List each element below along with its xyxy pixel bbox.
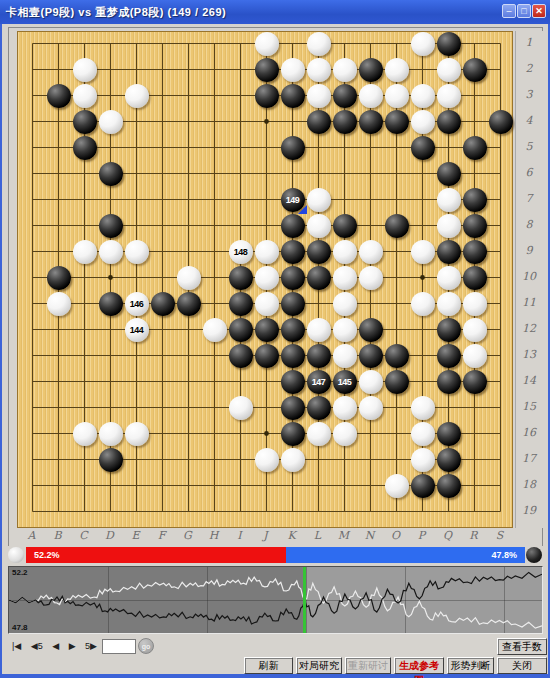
column-label-S: S xyxy=(492,529,508,542)
white-stone-P9 xyxy=(411,240,435,264)
row-labels: 12345678910111213141516171819 xyxy=(515,31,544,528)
white-stone-O2 xyxy=(385,58,409,82)
column-label-Q: Q xyxy=(440,529,456,542)
white-stone-C16 xyxy=(73,422,97,446)
row-label-2: 2 xyxy=(516,62,542,76)
column-label-H: H xyxy=(206,529,222,542)
white-stone-P15 xyxy=(411,396,435,420)
black-stone-I11 xyxy=(229,292,253,316)
black-stone-P5 xyxy=(411,136,435,160)
row-label-11: 11 xyxy=(516,296,542,310)
nav-forward-button[interactable]: ▶ xyxy=(69,641,76,651)
black-stone-N2 xyxy=(359,58,383,82)
white-stone-J11 xyxy=(255,292,279,316)
close-window-button[interactable]: ✕ xyxy=(532,4,546,18)
white-winrate-segment: 52.2% xyxy=(26,547,286,563)
black-stone-Q17 xyxy=(437,448,461,472)
row-label-6: 6 xyxy=(516,166,542,180)
black-stone-B3 xyxy=(47,84,71,108)
black-stone-K7: 149 xyxy=(281,188,305,212)
white-stone-L1 xyxy=(307,32,331,56)
black-stone-I13 xyxy=(229,344,253,368)
white-stone-E12: 144 xyxy=(125,318,149,342)
white-stone-L3 xyxy=(307,84,331,108)
black-stone-B10 xyxy=(47,266,71,290)
black-stone-K11 xyxy=(281,292,305,316)
white-stone-R12 xyxy=(463,318,487,342)
black-stone-L9 xyxy=(307,240,331,264)
white-stone-L7 xyxy=(307,188,331,212)
window-frame-bottom xyxy=(0,674,550,678)
black-stone-N13 xyxy=(359,344,383,368)
white-stone-P17 xyxy=(411,448,435,472)
white-stone-P1 xyxy=(411,32,435,56)
app-window: 卡相壹(P9段) vs 重梦成(P8段) (149 / 269) – □ ✕ 1… xyxy=(0,0,550,678)
row-label-14: 14 xyxy=(516,374,542,388)
last-move-marker xyxy=(298,205,307,214)
game-study-button[interactable]: 对局研究 xyxy=(296,657,342,674)
view-moves-button[interactable]: 查看手数 xyxy=(497,638,547,655)
black-winrate-segment: 47.8% xyxy=(286,547,525,563)
column-label-N: N xyxy=(362,529,378,542)
white-stone-E11: 146 xyxy=(125,292,149,316)
white-stone-N10 xyxy=(359,266,383,290)
title-bar: 卡相壹(P9段) vs 重梦成(P8段) (149 / 269) – □ ✕ xyxy=(0,0,550,24)
white-stone-Q3 xyxy=(437,84,461,108)
restudy-button[interactable]: 重新研讨 xyxy=(345,657,391,674)
black-stone-F11 xyxy=(151,292,175,316)
window-title: 卡相壹(P9段) vs 重梦成(P8段) (149 / 269) xyxy=(0,5,226,20)
control-bar: |◀ ◀5 ◀ ▶ 5▶ ▶| go 查看手数 刷新 对局研究 重新研讨 生成参… xyxy=(2,636,548,674)
black-stone-Q13 xyxy=(437,344,461,368)
white-stone-E9 xyxy=(125,240,149,264)
row-label-12: 12 xyxy=(516,322,542,336)
situation-judgment-button[interactable]: 形势判断 xyxy=(447,657,494,674)
board-panel: 149148146144147145 ABCDEFGHIJKLMNOPQRS 1… xyxy=(8,27,543,547)
row-label-1: 1 xyxy=(516,36,542,50)
white-stone-O18 xyxy=(385,474,409,498)
black-stone-K15 xyxy=(281,396,305,420)
black-stone-D11 xyxy=(99,292,123,316)
white-stone-J1 xyxy=(255,32,279,56)
black-stone-L13 xyxy=(307,344,331,368)
white-stone-N14 xyxy=(359,370,383,394)
white-winrate-label: 52.2% xyxy=(34,550,60,560)
column-label-J: J xyxy=(258,529,274,542)
current-move-cursor[interactable] xyxy=(303,567,306,633)
black-stone-R14 xyxy=(463,370,487,394)
column-label-G: G xyxy=(180,529,196,542)
row-label-13: 13 xyxy=(516,348,542,362)
black-stone-D17 xyxy=(99,448,123,472)
white-stone-I15 xyxy=(229,396,253,420)
maximize-button[interactable]: □ xyxy=(517,4,531,18)
column-label-I: I xyxy=(232,529,248,542)
nav-back5-button[interactable]: ◀5 xyxy=(31,641,43,651)
black-stone-M14: 145 xyxy=(333,370,357,394)
black-stone-G11 xyxy=(177,292,201,316)
black-stone-J2 xyxy=(255,58,279,82)
white-stone-P3 xyxy=(411,84,435,108)
winrate-curves xyxy=(9,567,542,633)
go-button[interactable]: go xyxy=(138,638,154,654)
white-stone-Q2 xyxy=(437,58,461,82)
white-stone-Q11 xyxy=(437,292,461,316)
white-stone-M16 xyxy=(333,422,357,446)
column-label-P: P xyxy=(414,529,430,542)
black-stone-L15 xyxy=(307,396,331,420)
column-label-L: L xyxy=(310,529,326,542)
graph-top-label: 52.2 xyxy=(12,568,28,577)
white-stone-D16 xyxy=(99,422,123,446)
row-label-3: 3 xyxy=(516,88,542,102)
column-label-E: E xyxy=(128,529,144,542)
black-stone-R5 xyxy=(463,136,487,160)
row-label-4: 4 xyxy=(516,114,542,128)
black-stone-O8 xyxy=(385,214,409,238)
black-stone-I10 xyxy=(229,266,253,290)
white-stone-P16 xyxy=(411,422,435,446)
white-stone-L2 xyxy=(307,58,331,82)
close-button[interactable]: 关闭 xyxy=(497,657,547,674)
black-stone-M8 xyxy=(333,214,357,238)
winrate-graph[interactable]: 52.2 47.8 xyxy=(8,566,543,634)
black-stone-I12 xyxy=(229,318,253,342)
white-stone-R13 xyxy=(463,344,487,368)
row-label-15: 15 xyxy=(516,400,542,414)
white-stone-P11 xyxy=(411,292,435,316)
white-stone-C2 xyxy=(73,58,97,82)
white-stone-K2 xyxy=(281,58,305,82)
column-labels: ABCDEFGHIJKLMNOPQRS xyxy=(17,528,513,546)
white-stone-B11 xyxy=(47,292,71,316)
column-label-F: F xyxy=(154,529,170,542)
white-stone-L16 xyxy=(307,422,331,446)
white-stone-R11 xyxy=(463,292,487,316)
black-stone-O4 xyxy=(385,110,409,134)
white-stone-L12 xyxy=(307,318,331,342)
row-label-17: 17 xyxy=(516,452,542,466)
column-label-O: O xyxy=(388,529,404,542)
black-stone-K8 xyxy=(281,214,305,238)
white-stone-J17 xyxy=(255,448,279,472)
column-label-D: D xyxy=(102,529,118,542)
white-stone-N3 xyxy=(359,84,383,108)
black-winrate-label: 47.8% xyxy=(491,550,517,560)
nav-forward5-button[interactable]: 5▶ xyxy=(85,641,97,651)
column-label-B: B xyxy=(50,529,66,542)
black-stone-Q6 xyxy=(437,162,461,186)
white-stone-M10 xyxy=(333,266,357,290)
column-label-A: A xyxy=(24,529,40,542)
white-stone-K17 xyxy=(281,448,305,472)
black-stone-O14 xyxy=(385,370,409,394)
black-stone-K13 xyxy=(281,344,305,368)
black-stone-P18 xyxy=(411,474,435,498)
black-stone-L10 xyxy=(307,266,331,290)
black-stone-Q4 xyxy=(437,110,461,134)
white-stone-L8 xyxy=(307,214,331,238)
black-stone-K16 xyxy=(281,422,305,446)
row-label-10: 10 xyxy=(516,270,542,284)
black-stone-Q9 xyxy=(437,240,461,264)
black-stone-D6 xyxy=(99,162,123,186)
black-stone-C4 xyxy=(73,110,97,134)
white-stone-N9 xyxy=(359,240,383,264)
go-board[interactable]: 149148146144147145 xyxy=(17,31,513,528)
white-stone-C3 xyxy=(73,84,97,108)
white-stone-J10 xyxy=(255,266,279,290)
black-stone-L14: 147 xyxy=(307,370,331,394)
move-number-input[interactable] xyxy=(102,639,136,654)
black-stone-K10 xyxy=(281,266,305,290)
black-stone-N4 xyxy=(359,110,383,134)
black-stone-K9 xyxy=(281,240,305,264)
black-stone-N12 xyxy=(359,318,383,342)
black-stone-O13 xyxy=(385,344,409,368)
black-stone-Q1 xyxy=(437,32,461,56)
black-stone-C5 xyxy=(73,136,97,160)
black-stone-Q12 xyxy=(437,318,461,342)
nav-first-button[interactable]: |◀ xyxy=(12,641,21,651)
nav-back-button[interactable]: ◀ xyxy=(52,641,59,651)
black-stone-K3 xyxy=(281,84,305,108)
winrate-bar: 52.2% 47.8% xyxy=(8,546,543,564)
white-stone-M9 xyxy=(333,240,357,264)
black-stone-Q18 xyxy=(437,474,461,498)
white-stone-N15 xyxy=(359,396,383,420)
column-label-K: K xyxy=(284,529,300,542)
white-stone-M13 xyxy=(333,344,357,368)
black-stone-R10 xyxy=(463,266,487,290)
row-label-18: 18 xyxy=(516,478,542,492)
white-stone-E16 xyxy=(125,422,149,446)
black-stone-M3 xyxy=(333,84,357,108)
white-stone-Q8 xyxy=(437,214,461,238)
black-stone-R7 xyxy=(463,188,487,212)
white-stone-M11 xyxy=(333,292,357,316)
white-stone-Q7 xyxy=(437,188,461,212)
black-stone-R9 xyxy=(463,240,487,264)
graph-bottom-label: 47.8 xyxy=(12,623,28,632)
column-label-C: C xyxy=(76,529,92,542)
minimize-button[interactable]: – xyxy=(502,4,516,18)
white-stone-M2 xyxy=(333,58,357,82)
row-label-9: 9 xyxy=(516,244,542,258)
white-stone-icon xyxy=(8,547,24,563)
black-stone-D8 xyxy=(99,214,123,238)
window-frame-left xyxy=(0,24,2,678)
black-stone-K5 xyxy=(281,136,305,160)
column-label-M: M xyxy=(336,529,352,542)
white-stone-J9 xyxy=(255,240,279,264)
black-stone-J12 xyxy=(255,318,279,342)
white-stone-O3 xyxy=(385,84,409,108)
white-stone-I9: 148 xyxy=(229,240,253,264)
white-stone-E3 xyxy=(125,84,149,108)
column-label-R: R xyxy=(466,529,482,542)
white-stone-G10 xyxy=(177,266,201,290)
black-stone-J3 xyxy=(255,84,279,108)
generate-reference-button[interactable]: 生成参考图 xyxy=(394,657,444,674)
white-stone-D4 xyxy=(99,110,123,134)
black-stone-K14 xyxy=(281,370,305,394)
black-stone-J13 xyxy=(255,344,279,368)
row-label-8: 8 xyxy=(516,218,542,232)
black-stone-S4 xyxy=(489,110,513,134)
white-stone-C9 xyxy=(73,240,97,264)
row-label-5: 5 xyxy=(516,140,542,154)
black-stone-M4 xyxy=(333,110,357,134)
black-stone-icon xyxy=(526,547,542,563)
black-stone-Q14 xyxy=(437,370,461,394)
row-label-19: 19 xyxy=(516,504,542,518)
white-stone-Q10 xyxy=(437,266,461,290)
white-stone-M12 xyxy=(333,318,357,342)
black-stone-K12 xyxy=(281,318,305,342)
row-label-16: 16 xyxy=(516,426,542,440)
black-stone-R2 xyxy=(463,58,487,82)
black-stone-L4 xyxy=(307,110,331,134)
refresh-button[interactable]: 刷新 xyxy=(244,657,293,674)
white-stone-M15 xyxy=(333,396,357,420)
white-stone-D9 xyxy=(99,240,123,264)
white-stone-P4 xyxy=(411,110,435,134)
white-stone-H12 xyxy=(203,318,227,342)
black-stone-R8 xyxy=(463,214,487,238)
black-stone-Q16 xyxy=(437,422,461,446)
row-label-7: 7 xyxy=(516,192,542,206)
